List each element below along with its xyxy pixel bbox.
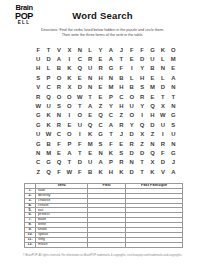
grid-cell-r7c12[interactable]: Q bbox=[147, 101, 157, 110]
grid-cell-r5c7[interactable]: E bbox=[95, 83, 105, 92]
grid-cell-r4c8[interactable]: N bbox=[106, 73, 116, 82]
grid-cell-r3c1[interactable]: H bbox=[33, 64, 43, 73]
grid-cell-r9c13[interactable]: U bbox=[158, 120, 168, 129]
grid-cell-r8c3[interactable]: N bbox=[54, 111, 64, 120]
grid-cell-r6c11[interactable]: R bbox=[137, 92, 147, 101]
directions-line-2: Then write the three forms of the verb i… bbox=[0, 33, 205, 38]
grid-cell-r8c13[interactable]: W bbox=[158, 111, 168, 120]
grid-cell-r9c1[interactable]: G bbox=[33, 120, 43, 129]
grid-cell-r4c6[interactable]: N bbox=[85, 73, 95, 82]
grid-cell-r12c4[interactable]: A bbox=[64, 148, 74, 157]
grid-cell-r12c1[interactable]: N bbox=[33, 148, 43, 157]
grid-cell-r8c10[interactable]: O bbox=[127, 111, 137, 120]
grid-cell-r14c7[interactable]: K bbox=[95, 167, 105, 176]
grid-cell-r12c6[interactable]: E bbox=[85, 148, 95, 157]
grid-cell-r5c11[interactable]: S bbox=[137, 83, 147, 92]
grid-cell-r13c9[interactable]: R bbox=[116, 158, 126, 167]
grid-cell-r11c11[interactable]: Z bbox=[137, 139, 147, 148]
grid-cell-r10c4[interactable]: O bbox=[64, 130, 74, 139]
grid-cell-r10c1[interactable]: U bbox=[33, 130, 43, 139]
grid-cell-r3c5[interactable]: Q bbox=[75, 64, 85, 73]
grid-cell-r12c13[interactable]: F bbox=[158, 148, 168, 157]
grid-cell-r4c13[interactable]: L bbox=[158, 73, 168, 82]
grid-cell-r11c6[interactable]: M bbox=[85, 139, 95, 148]
grid-cell-r8c12[interactable]: H bbox=[147, 111, 157, 120]
grid-cell-r3c8[interactable]: G bbox=[106, 64, 116, 73]
grid-cell-r8c4[interactable]: I bbox=[64, 111, 74, 120]
grid-cell-r6c12[interactable]: E bbox=[147, 92, 157, 101]
grid-cell-r11c13[interactable]: R bbox=[158, 139, 168, 148]
grid-cell-r1c1[interactable]: F bbox=[33, 45, 43, 54]
grid-cell-r1c8[interactable]: A bbox=[106, 45, 116, 54]
grid-cell-r13c8[interactable]: P bbox=[106, 158, 116, 167]
grid-cell-r2c7[interactable]: E bbox=[95, 54, 105, 63]
grid-cell-r12c12[interactable]: Q bbox=[147, 148, 157, 157]
word-search-grid: FTVXNLYAJFFGKOUDAICREATEDULMHLBKQURGFIYB… bbox=[33, 45, 178, 176]
grid-cell-r14c6[interactable]: B bbox=[85, 167, 95, 176]
grid-cell-r14c2[interactable]: Q bbox=[43, 167, 53, 176]
grid-cell-r10c11[interactable]: X bbox=[137, 130, 147, 139]
grid-cell-r13c11[interactable]: T bbox=[137, 158, 147, 167]
grid-cell-r6c14[interactable]: T bbox=[168, 92, 178, 101]
grid-cell-r14c5[interactable]: F bbox=[75, 167, 85, 176]
grid-cell-r13c5[interactable]: D bbox=[75, 158, 85, 167]
grid-cell-r3c4[interactable]: K bbox=[64, 64, 74, 73]
grid-cell-r6c6[interactable]: T bbox=[85, 92, 95, 101]
grid-cell-r7c2[interactable]: U bbox=[43, 101, 53, 110]
grid-cell-r9c6[interactable]: Q bbox=[85, 120, 95, 129]
grid-cell-r6c2[interactable]: Q bbox=[43, 92, 53, 101]
grid-cell-r4c12[interactable]: E bbox=[147, 73, 157, 82]
grid-cell-r12c11[interactable]: D bbox=[137, 148, 147, 157]
grid-cell-r5c2[interactable]: C bbox=[43, 83, 53, 92]
grid-cell-r9c3[interactable]: R bbox=[54, 120, 64, 129]
grid-cell-r6c10[interactable]: O bbox=[127, 92, 137, 101]
grid-cell-r4c3[interactable]: O bbox=[54, 73, 64, 82]
grid-cell-r1c5[interactable]: N bbox=[75, 45, 85, 54]
grid-cell-r7c7[interactable]: Z bbox=[95, 101, 105, 110]
grid-cell-r12c5[interactable]: T bbox=[75, 148, 85, 157]
grid-cell-r5c9[interactable]: H bbox=[116, 83, 126, 92]
grid-cell-r14c4[interactable]: W bbox=[64, 167, 74, 176]
grid-cell-r6c3[interactable]: O bbox=[54, 92, 64, 101]
grid-cell-r1c11[interactable]: F bbox=[137, 45, 147, 54]
grid-cell-r5c1[interactable]: V bbox=[33, 83, 43, 92]
grid-cell-r14c12[interactable]: K bbox=[147, 167, 157, 176]
grid-cell-r12c2[interactable]: M bbox=[43, 148, 53, 157]
grid-cell-r7c5[interactable]: T bbox=[75, 101, 85, 110]
grid-cell-r7c10[interactable]: U bbox=[127, 101, 137, 110]
grid-cell-r8c11[interactable]: I bbox=[137, 111, 147, 120]
grid-cell-r3c2[interactable]: L bbox=[43, 64, 53, 73]
grid-cell-r7c8[interactable]: Y bbox=[106, 101, 116, 110]
grid-cell-r7c1[interactable]: W bbox=[33, 101, 43, 110]
grid-cell-r7c14[interactable]: N bbox=[168, 101, 178, 110]
grid-cell-r11c1[interactable]: G bbox=[33, 139, 43, 148]
grid-cell-r8c5[interactable]: O bbox=[75, 111, 85, 120]
grid-cell-r4c5[interactable]: E bbox=[75, 73, 85, 82]
grid-cell-r10c8[interactable]: T bbox=[106, 130, 116, 139]
grid-cell-r11c8[interactable]: F bbox=[106, 139, 116, 148]
grid-cell-r3c11[interactable]: Y bbox=[137, 64, 147, 73]
grid-cell-r9c9[interactable]: R bbox=[116, 120, 126, 129]
grid-cell-r2c13[interactable]: L bbox=[158, 54, 168, 63]
grid-cell-r10c3[interactable]: C bbox=[54, 130, 64, 139]
grid-cell-r1c13[interactable]: K bbox=[158, 45, 168, 54]
grid-cell-r13c7[interactable]: A bbox=[95, 158, 105, 167]
grid-cell-r14c9[interactable]: K bbox=[116, 167, 126, 176]
grid-cell-r8c2[interactable]: K bbox=[43, 111, 53, 120]
grid-cell-r14c8[interactable]: H bbox=[106, 167, 116, 176]
grid-cell-r11c2[interactable]: B bbox=[43, 139, 53, 148]
grid-cell-r4c14[interactable]: A bbox=[168, 73, 178, 82]
grid-cell-r6c13[interactable]: T bbox=[158, 92, 168, 101]
grid-cell-r9c12[interactable]: D bbox=[147, 120, 157, 129]
grid-cell-r3c9[interactable]: F bbox=[116, 64, 126, 73]
grid-cell-r6c8[interactable]: P bbox=[106, 92, 116, 101]
grid-cell-r11c4[interactable]: P bbox=[64, 139, 74, 148]
grid-cell-r4c4[interactable]: K bbox=[64, 73, 74, 82]
grid-cell-r14c1[interactable]: Z bbox=[33, 167, 43, 176]
grid-cell-r2c2[interactable]: D bbox=[43, 54, 53, 63]
grid-cell-r2c3[interactable]: A bbox=[54, 54, 64, 63]
copyright-footer: © BrainPOP. All rights reserved. For inf… bbox=[0, 254, 205, 257]
grid-cell-r9c14[interactable]: S bbox=[168, 120, 178, 129]
grid-cell-r8c1[interactable]: G bbox=[33, 111, 43, 120]
grid-cell-r2c8[interactable]: A bbox=[106, 54, 116, 63]
grid-cell-r9c5[interactable]: U bbox=[75, 120, 85, 129]
grid-cell-r2c10[interactable]: E bbox=[127, 54, 137, 63]
grid-cell-r1c2[interactable]: T bbox=[43, 45, 53, 54]
grid-cell-r2c14[interactable]: M bbox=[168, 54, 178, 63]
grid-cell-r14c13[interactable]: V bbox=[158, 167, 168, 176]
grid-cell-r10c6[interactable]: K bbox=[85, 130, 95, 139]
grid-cell-r4c10[interactable]: L bbox=[127, 73, 137, 82]
grid-cell-r8c7[interactable]: Q bbox=[95, 111, 105, 120]
grid-cell-r1c6[interactable]: L bbox=[85, 45, 95, 54]
grid-cell-r10c5[interactable]: I bbox=[75, 130, 85, 139]
grid-cell-r13c4[interactable]: T bbox=[64, 158, 74, 167]
grid-cell-r7c13[interactable]: X bbox=[158, 101, 168, 110]
grid-cell-r2c1[interactable]: U bbox=[33, 54, 43, 63]
grid-cell-r5c14[interactable]: N bbox=[168, 83, 178, 92]
grid-cell-r1c10[interactable]: F bbox=[127, 45, 137, 54]
grid-cell-r2c11[interactable]: D bbox=[137, 54, 147, 63]
grid-cell-r1c3[interactable]: V bbox=[54, 45, 64, 54]
grid-cell-r3c6[interactable]: U bbox=[85, 64, 95, 73]
grid-cell-r11c12[interactable]: N bbox=[147, 139, 157, 148]
grid-cell-r2c4[interactable]: I bbox=[64, 54, 74, 63]
grid-cell-r9c2[interactable]: K bbox=[43, 120, 53, 129]
grid-cell-r12c7[interactable]: N bbox=[95, 148, 105, 157]
grid-cell-r5c13[interactable]: D bbox=[158, 83, 168, 92]
grid-cell-r8c14[interactable]: G bbox=[168, 111, 178, 120]
table-body: 1.take2.destroy3.choose4.create5.eat6.pr… bbox=[25, 188, 183, 247]
grid-cell-r7c9[interactable]: H bbox=[116, 101, 126, 110]
grid-cell-r1c14[interactable]: O bbox=[168, 45, 178, 54]
grid-cell-r7c11[interactable]: Y bbox=[137, 101, 147, 110]
grid-cell-r2c9[interactable]: T bbox=[116, 54, 126, 63]
grid-cell-r2c6[interactable]: R bbox=[85, 54, 95, 63]
table-row: 12.mean bbox=[25, 242, 183, 247]
grid-cell-r11c5[interactable]: F bbox=[75, 139, 85, 148]
grid-cell-r12c14[interactable]: G bbox=[168, 148, 178, 157]
grid-cell-r5c8[interactable]: M bbox=[106, 83, 116, 92]
grid-cell-r4c1[interactable]: S bbox=[33, 73, 43, 82]
grid-cell-r10c13[interactable]: I bbox=[158, 130, 168, 139]
grid-cell-r10c7[interactable]: G bbox=[95, 130, 105, 139]
grid-cell-r2c5[interactable]: C bbox=[75, 54, 85, 63]
row-number: 12. bbox=[25, 242, 36, 247]
grid-cell-r10c10[interactable]: D bbox=[127, 130, 137, 139]
logo-ell-text: ELL bbox=[9, 21, 39, 26]
grid-cell-r14c14[interactable]: A bbox=[168, 167, 178, 176]
grid-cell-r13c10[interactable]: N bbox=[127, 158, 137, 167]
grid-cell-r7c6[interactable]: A bbox=[85, 101, 95, 110]
grid-cell-r12c9[interactable]: S bbox=[116, 148, 126, 157]
grid-cell-r9c11[interactable]: Q bbox=[137, 120, 147, 129]
grid-cell-r3c12[interactable]: B bbox=[147, 64, 157, 73]
grid-cell-r13c3[interactable]: Q bbox=[54, 158, 64, 167]
grid-cell-r9c7[interactable]: C bbox=[95, 120, 105, 129]
grid-cell-r1c4[interactable]: X bbox=[64, 45, 74, 54]
grid-cell-r7c3[interactable]: S bbox=[54, 101, 64, 110]
grid-cell-r8c6[interactable]: E bbox=[85, 111, 95, 120]
grid-cell-r11c14[interactable]: N bbox=[168, 139, 178, 148]
verb-label: mean bbox=[36, 242, 88, 247]
grid-cell-r1c9[interactable]: J bbox=[116, 45, 126, 54]
grid-cell-r13c13[interactable]: D bbox=[158, 158, 168, 167]
grid-cell-r3c14[interactable]: E bbox=[168, 64, 178, 73]
grid-cell-r12c3[interactable]: E bbox=[54, 148, 64, 157]
grid-cell-r11c9[interactable]: E bbox=[116, 139, 126, 148]
grid-cell-r5c4[interactable]: X bbox=[64, 83, 74, 92]
grid-cell-r10c12[interactable]: Z bbox=[147, 130, 157, 139]
grid-cell-r4c2[interactable]: P bbox=[43, 73, 53, 82]
grid-cell-r2c12[interactable]: U bbox=[147, 54, 157, 63]
grid-cell-r3c3[interactable]: B bbox=[54, 64, 64, 73]
grid-cell-r14c10[interactable]: D bbox=[127, 167, 137, 176]
grid-cell-r10c14[interactable]: U bbox=[168, 130, 178, 139]
grid-cell-r1c7[interactable]: Y bbox=[95, 45, 105, 54]
grid-cell-r3c7[interactable]: R bbox=[95, 64, 105, 73]
grid-cell-r6c4[interactable]: O bbox=[64, 92, 74, 101]
grid-cell-r6c1[interactable]: R bbox=[33, 92, 43, 101]
grid-cell-r4c9[interactable]: B bbox=[116, 73, 126, 82]
grid-cell-r13c6[interactable]: U bbox=[85, 158, 95, 167]
grid-cell-r13c2[interactable]: G bbox=[43, 158, 53, 167]
grid-cell-r4c7[interactable]: H bbox=[95, 73, 105, 82]
grid-cell-r8c9[interactable]: Z bbox=[116, 111, 126, 120]
past-input-cell[interactable] bbox=[88, 242, 126, 247]
grid-cell-r11c3[interactable]: F bbox=[54, 139, 64, 148]
grid-cell-r9c4[interactable]: E bbox=[64, 120, 74, 129]
grid-cell-r8c8[interactable]: C bbox=[106, 111, 116, 120]
grid-cell-r5c10[interactable]: B bbox=[127, 83, 137, 92]
grid-cell-r5c3[interactable]: R bbox=[54, 83, 64, 92]
past-participle-input-cell[interactable] bbox=[126, 242, 183, 247]
page-title: Word Search bbox=[0, 10, 205, 21]
grid-cell-r6c5[interactable]: W bbox=[75, 92, 85, 101]
grid-cell-r12c10[interactable]: D bbox=[127, 148, 137, 157]
grid-cell-r5c12[interactable]: M bbox=[147, 83, 157, 92]
grid-cell-r5c6[interactable]: N bbox=[85, 83, 95, 92]
grid-cell-r11c7[interactable]: S bbox=[95, 139, 105, 148]
grid-cell-r3c13[interactable]: N bbox=[158, 64, 168, 73]
grid-cell-r6c7[interactable]: E bbox=[95, 92, 105, 101]
grid-cell-r10c9[interactable]: J bbox=[116, 130, 126, 139]
grid-cell-r13c14[interactable]: J bbox=[168, 158, 178, 167]
grid-cell-r1c12[interactable]: G bbox=[147, 45, 157, 54]
grid-cell-r7c4[interactable]: O bbox=[64, 101, 74, 110]
grid-cell-r6c9[interactable]: C bbox=[116, 92, 126, 101]
directions-text: Directions: Find the verbs listed below … bbox=[0, 28, 205, 38]
grid-cell-r4c11[interactable]: H bbox=[137, 73, 147, 82]
grid-cell-r12c8[interactable]: K bbox=[106, 148, 116, 157]
grid-cell-r13c1[interactable]: C bbox=[33, 158, 43, 167]
grid-cell-r3c10[interactable]: I bbox=[127, 64, 137, 73]
grid-cell-r10c2[interactable]: W bbox=[43, 130, 53, 139]
grid-cell-r5c5[interactable]: D bbox=[75, 83, 85, 92]
verb-forms-table: Verb Past Past Participle 1.take2.destro… bbox=[24, 183, 183, 248]
grid-cell-r9c10[interactable]: Y bbox=[127, 120, 137, 129]
grid-cell-r11c10[interactable]: R bbox=[127, 139, 137, 148]
grid-cell-r9c8[interactable]: A bbox=[106, 120, 116, 129]
grid-cell-r14c11[interactable]: T bbox=[137, 167, 147, 176]
grid-cell-r14c3[interactable]: F bbox=[54, 167, 64, 176]
grid-cell-r13c12[interactable]: X bbox=[147, 158, 157, 167]
